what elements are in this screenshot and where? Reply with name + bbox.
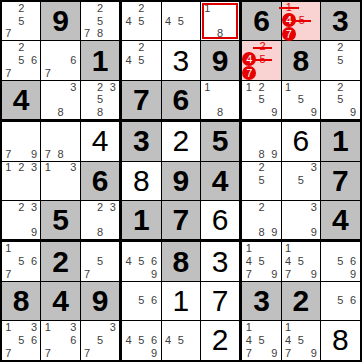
cell-r2c8[interactable]: 8: [282, 41, 321, 80]
given-digit: 4: [13, 85, 30, 115]
cell-r4c1[interactable]: 79: [2, 122, 41, 161]
cell-r7c7[interactable]: 14579: [242, 242, 281, 281]
given-digit: 5: [212, 126, 229, 156]
candidate-1-eliminated: 1: [282, 2, 296, 13]
given-digit: 9: [52, 6, 69, 36]
sudoku-app: 2579257824545186145732567671245392457825…: [0, 0, 362, 362]
cell-r9c7[interactable]: 14579: [242, 321, 281, 359]
candidate-5: 5: [295, 255, 308, 268]
cell-r5c1[interactable]: 123: [2, 162, 41, 201]
cell-r9c1[interactable]: 13567: [2, 321, 41, 359]
candidate-5: 5: [174, 334, 187, 347]
candidate-3: 3: [28, 162, 41, 175]
given-digit: 7: [133, 85, 150, 115]
candidate-3: 3: [307, 162, 320, 175]
candidate-2: 2: [94, 81, 107, 94]
cell-r9c5[interactable]: 45: [162, 321, 201, 359]
candidate-6: 6: [28, 255, 41, 268]
candidate-9: 9: [268, 148, 281, 161]
candidate-1: 1: [242, 321, 255, 334]
candidate-4: 4: [162, 334, 175, 347]
candidate-2: 2: [255, 81, 268, 94]
candidate-5: 5: [135, 334, 148, 347]
candidate-3: 3: [28, 321, 41, 334]
candidate-1: 1: [282, 81, 295, 94]
given-digit: 4: [52, 286, 69, 316]
candidate-9: 9: [268, 268, 281, 281]
cell-r4c6[interactable]: 5: [201, 122, 242, 161]
cell-r5c4[interactable]: 8: [122, 162, 161, 201]
cell-r6c3[interactable]: 238: [81, 201, 122, 242]
given-digit: 8: [172, 247, 189, 277]
candidate-8: 8: [255, 148, 268, 161]
candidate-9: 9: [347, 106, 360, 119]
cell-r3c9[interactable]: 259: [321, 81, 359, 122]
candidate-7: 7: [41, 148, 54, 161]
candidate-5: 5: [94, 334, 107, 347]
given-digit: 9: [172, 166, 189, 196]
given-digit: 7: [172, 205, 189, 235]
candidate-1: 1: [282, 242, 295, 255]
candidate-1: 1: [242, 242, 255, 255]
candidate-6: 6: [148, 334, 161, 347]
cell-r5c6[interactable]: 4: [201, 162, 242, 201]
cell-r3c1[interactable]: 4: [2, 81, 41, 122]
given-digit: 8: [13, 286, 30, 316]
cell-r9c9[interactable]: 8: [321, 321, 359, 359]
cell-r2c6[interactable]: 9: [201, 41, 242, 80]
candidate-9: 9: [347, 268, 360, 281]
candidate-5: 5: [334, 94, 347, 107]
cell-r3c6[interactable]: 18: [201, 81, 242, 122]
candidate-7-highlighted: 7: [242, 66, 256, 80]
candidate-1: 1: [201, 81, 214, 94]
candidate-5: 5: [15, 255, 28, 268]
cell-r8c6[interactable]: 7: [201, 282, 242, 321]
candidate-5: 5: [94, 94, 107, 107]
candidate-5: 5: [135, 255, 148, 268]
cell-r6c2[interactable]: 5: [41, 201, 80, 242]
cell-r7c9[interactable]: 569: [321, 242, 359, 281]
candidate-4: 4: [122, 15, 135, 28]
candidate-3: 3: [67, 81, 80, 94]
candidate-5: 5: [94, 15, 107, 28]
cell-r3c3[interactable]: 2358: [81, 81, 122, 122]
given-digit: 5: [52, 205, 69, 235]
candidate-1: 1: [41, 321, 54, 334]
solved-digit: 6: [212, 205, 229, 235]
cell-r6c9[interactable]: 4: [321, 201, 359, 242]
cell-r2c3[interactable]: 1: [81, 41, 122, 80]
candidate-5: 5: [15, 54, 28, 67]
candidate-7: 7: [41, 347, 54, 360]
candidate-8: 8: [54, 106, 67, 119]
candidate-9: 9: [28, 227, 41, 240]
cell-r2c7[interactable]: 2457: [242, 41, 281, 80]
cell-r7c8[interactable]: 14579: [282, 242, 321, 281]
candidate-3: 3: [67, 162, 80, 175]
candidate-7: 7: [81, 347, 94, 360]
candidate-5: 5: [334, 54, 347, 67]
candidate-2-eliminated: 2: [256, 41, 268, 52]
given-digit: 6: [172, 85, 189, 115]
cell-r1c1[interactable]: 257: [2, 2, 41, 41]
candidate-4: 4: [122, 255, 135, 268]
candidate-9: 9: [307, 227, 320, 240]
candidate-1: 1: [2, 242, 15, 255]
candidate-4: 4: [162, 15, 175, 28]
candidate-5: 5: [255, 174, 268, 187]
candidate-4: 4: [282, 334, 295, 347]
cell-r5c2[interactable]: 13: [41, 162, 80, 201]
candidate-4: 4: [122, 54, 135, 67]
candidate-6: 6: [148, 295, 161, 308]
cell-r8c1[interactable]: 8: [2, 282, 41, 321]
cell-r3c7[interactable]: 1259: [242, 81, 281, 122]
candidate-2: 2: [334, 41, 347, 54]
cell-r8c3[interactable]: 9: [81, 282, 122, 321]
cell-r1c5[interactable]: 45: [162, 2, 201, 41]
candidate-9: 9: [148, 268, 161, 281]
candidate-8: 8: [94, 106, 107, 119]
cell-r7c5[interactable]: 8: [162, 242, 201, 281]
candidate-5: 5: [135, 295, 148, 308]
candidate-5: 5: [295, 94, 308, 107]
candidate-4: 4: [242, 334, 255, 347]
cell-r9c8[interactable]: 14579: [282, 321, 321, 359]
candidate-6: 6: [347, 255, 360, 268]
cell-r5c7[interactable]: 25: [242, 162, 281, 201]
candidate-5: 5: [135, 54, 148, 67]
cell-r2c5[interactable]: 3: [162, 41, 201, 80]
cell-r3c5[interactable]: 6: [162, 81, 201, 122]
candidate-3: 3: [67, 321, 80, 334]
given-digit: 1: [92, 46, 109, 76]
candidate-7: 7: [282, 268, 295, 281]
given-digit: 4: [212, 166, 229, 196]
cell-r4c8[interactable]: 6: [282, 122, 321, 161]
given-digit: 1: [133, 205, 150, 235]
given-digit: 2: [293, 286, 310, 316]
solved-digit: 8: [332, 325, 349, 355]
candidate-7: 7: [282, 347, 295, 360]
candidate-2: 2: [334, 81, 347, 94]
given-digit: 6: [253, 6, 270, 36]
cell-r3c8[interactable]: 159: [282, 81, 321, 122]
candidate-7: 7: [242, 347, 255, 360]
cell-r6c8[interactable]: 39: [282, 201, 321, 242]
solved-digit: 3: [212, 247, 229, 277]
candidate-6: 6: [347, 295, 360, 308]
cell-r5c9[interactable]: 7: [321, 162, 359, 201]
candidate-3: 3: [307, 201, 320, 214]
cell-r4c2[interactable]: 78: [41, 122, 80, 161]
candidate-5: 5: [15, 15, 28, 28]
solved-digit: 1: [172, 286, 189, 316]
candidate-2: 2: [255, 201, 268, 214]
cell-r6c4[interactable]: 1: [122, 201, 161, 242]
candidate-9: 9: [268, 347, 281, 360]
candidate-1: 1: [41, 162, 54, 175]
candidate-3: 3: [106, 201, 119, 214]
cell-r4c4[interactable]: 3: [122, 122, 161, 161]
candidate-8: 8: [214, 106, 227, 119]
candidate-2: 2: [15, 162, 28, 175]
cell-r3c4[interactable]: 7: [122, 81, 161, 122]
cell-r5c3[interactable]: 6: [81, 162, 122, 201]
cell-r9c6[interactable]: 2: [201, 321, 242, 359]
cell-r1c9[interactable]: 3: [321, 2, 359, 41]
candidate-7: 7: [2, 148, 15, 161]
candidate-2: 2: [15, 201, 28, 214]
given-digit: 3: [332, 6, 349, 36]
candidate-1: 1: [2, 162, 15, 175]
cell-r8c4[interactable]: 56: [122, 282, 161, 321]
given-digit: 3: [133, 126, 150, 156]
cell-r9c3[interactable]: 357: [81, 321, 122, 359]
cell-r8c9[interactable]: 56: [321, 282, 359, 321]
candidate-2: 2: [15, 41, 28, 54]
candidate-4: 4: [122, 334, 135, 347]
candidate-2: 2: [135, 41, 148, 54]
given-digit: 9: [92, 286, 109, 316]
cell-r2c9[interactable]: 25: [321, 41, 359, 80]
candidate-5: 5: [295, 174, 308, 187]
cell-r8c8[interactable]: 2: [282, 282, 321, 321]
cell-r1c3[interactable]: 2578: [81, 2, 122, 41]
candidate-5-eliminated: 5: [256, 52, 268, 66]
candidate-3: 3: [28, 201, 41, 214]
cell-r9c2[interactable]: 1367: [41, 321, 80, 359]
cell-r4c7[interactable]: 89: [242, 122, 281, 161]
candidate-8: 8: [214, 28, 227, 41]
candidate-9: 9: [307, 106, 320, 119]
cell-r4c9[interactable]: 1: [321, 122, 359, 161]
sudoku-board: 2579257824545186145732567671245392457825…: [0, 0, 362, 362]
solved-digit: 2: [172, 126, 189, 156]
cell-r7c3[interactable]: 57: [81, 242, 122, 281]
candidate-2: 2: [135, 2, 148, 15]
solved-digit: 2: [212, 325, 229, 355]
solved-digit: 4: [92, 126, 109, 156]
candidate-2: 2: [15, 2, 28, 15]
candidate-8: 8: [54, 148, 67, 161]
cell-r1c6[interactable]: 18: [201, 2, 242, 41]
candidate-5: 5: [255, 255, 268, 268]
candidate-6: 6: [28, 54, 41, 67]
candidate-5: 5: [94, 255, 107, 268]
candidate-3: 3: [106, 81, 119, 94]
cell-r8c2[interactable]: 4: [41, 282, 80, 321]
cell-r6c6[interactable]: 6: [201, 201, 242, 242]
candidate-5: 5: [255, 94, 268, 107]
solved-digit: 3: [172, 46, 189, 76]
candidate-8: 8: [94, 227, 107, 240]
cell-r3c2[interactable]: 38: [41, 81, 80, 122]
cell-r6c5[interactable]: 7: [162, 201, 201, 242]
given-digit: 9: [212, 46, 229, 76]
cell-r6c7[interactable]: 289: [242, 201, 281, 242]
candidate-5: 5: [15, 334, 28, 347]
cell-r2c2[interactable]: 67: [41, 41, 80, 80]
candidate-8: 8: [94, 28, 107, 41]
cell-r1c2[interactable]: 9: [41, 2, 80, 41]
candidate-5: 5: [334, 295, 347, 308]
cell-r6c1[interactable]: 239: [2, 201, 41, 242]
solved-digit: 6: [293, 126, 310, 156]
candidate-1: 1: [2, 321, 15, 334]
cell-r4c5[interactable]: 2: [162, 122, 201, 161]
cell-r5c5[interactable]: 9: [162, 162, 201, 201]
candidate-2: 2: [94, 2, 107, 15]
given-digit: 2: [52, 247, 69, 277]
candidate-2: 2: [94, 201, 107, 214]
candidate-9: 9: [28, 148, 41, 161]
cell-r7c6[interactable]: 3: [201, 242, 242, 281]
candidate-6: 6: [148, 255, 161, 268]
candidate-6: 6: [67, 54, 80, 67]
cell-r1c8[interactable]: 1457: [282, 2, 321, 41]
candidate-3: 3: [106, 321, 119, 334]
candidate-2: 2: [255, 162, 268, 175]
candidate-7: 7: [81, 28, 94, 41]
candidate-6: 6: [28, 334, 41, 347]
candidate-7: 7: [242, 268, 255, 281]
cell-r5c8[interactable]: 35: [282, 162, 321, 201]
candidate-5: 5: [255, 334, 268, 347]
candidate-9: 9: [268, 106, 281, 119]
candidate-1: 1: [282, 321, 295, 334]
cell-r1c4[interactable]: 245: [122, 2, 161, 41]
candidate-5: 5: [334, 255, 347, 268]
candidate-9: 9: [307, 347, 320, 360]
given-digit: 4: [332, 205, 349, 235]
candidate-5: 5: [135, 15, 148, 28]
candidate-7-highlighted: 7: [282, 27, 296, 41]
candidate-7: 7: [2, 347, 15, 360]
candidate-7: 7: [2, 28, 15, 41]
cell-r7c1[interactable]: 1567: [2, 242, 41, 281]
candidate-4: 4: [242, 255, 255, 268]
candidate-7: 7: [41, 67, 54, 80]
cell-r8c7[interactable]: 3: [242, 282, 281, 321]
given-digit: 3: [253, 286, 270, 316]
cell-r7c2[interactable]: 2: [41, 242, 80, 281]
candidate-7: 7: [2, 268, 15, 281]
candidate-5: 5: [174, 15, 187, 28]
cell-r1c7[interactable]: 6: [242, 2, 281, 41]
cell-r4c3[interactable]: 4: [81, 122, 122, 161]
candidate-7: 7: [2, 67, 15, 80]
candidate-1: 1: [201, 2, 214, 15]
candidate-9: 9: [148, 347, 161, 360]
cell-r2c4[interactable]: 245: [122, 41, 161, 80]
candidate-9: 9: [307, 268, 320, 281]
given-digit: 8: [293, 46, 310, 76]
candidate-5: 5: [295, 334, 308, 347]
solved-digit: 7: [212, 286, 229, 316]
candidate-9: 9: [268, 227, 281, 240]
candidate-7: 7: [81, 268, 94, 281]
cell-r9c4[interactable]: 4569: [122, 321, 161, 359]
candidate-8: 8: [255, 227, 268, 240]
candidate-4: 4: [282, 255, 295, 268]
candidate-6: 6: [67, 334, 80, 347]
candidate-5-eliminated: 5: [296, 13, 308, 27]
given-digit: 6: [92, 166, 109, 196]
solved-digit: 8: [133, 166, 150, 196]
given-digit: 7: [332, 166, 349, 196]
cell-r8c5[interactable]: 1: [162, 282, 201, 321]
cell-r7c4[interactable]: 4569: [122, 242, 161, 281]
given-digit: 1: [332, 126, 349, 156]
candidate-1: 1: [242, 81, 255, 94]
cell-r2c1[interactable]: 2567: [2, 41, 41, 80]
